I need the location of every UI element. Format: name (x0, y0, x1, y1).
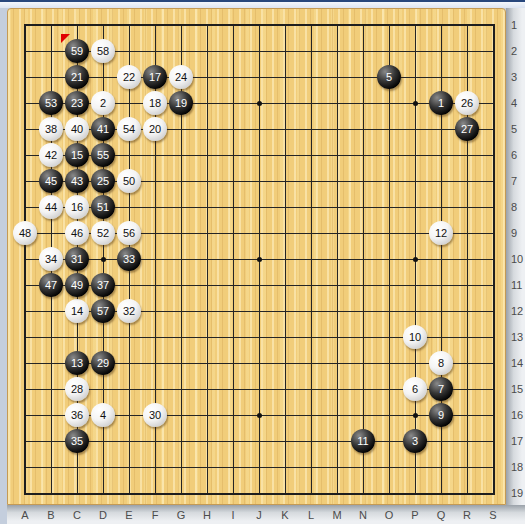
row-label-14: 14 (511, 358, 523, 369)
column-label-l: L (308, 510, 314, 521)
stone-black-27[interactable]: 27 (455, 117, 479, 141)
move-number: 24 (175, 72, 187, 83)
move-number: 46 (71, 228, 83, 239)
column-label-j: J (256, 510, 262, 521)
column-label-g: G (177, 510, 186, 521)
move-number: 19 (175, 98, 187, 109)
stone-white-58[interactable]: 58 (91, 39, 115, 63)
stone-white-48[interactable]: 48 (13, 221, 37, 245)
row-label-15: 15 (511, 384, 523, 395)
move-number: 26 (461, 98, 473, 109)
star-point-p10 (413, 257, 418, 262)
move-number: 16 (71, 202, 83, 213)
stone-black-9[interactable]: 9 (429, 403, 453, 427)
row-label-8: 8 (511, 202, 517, 213)
move-number: 57 (97, 306, 109, 317)
row-label-6: 6 (511, 150, 517, 161)
stone-black-13[interactable]: 13 (65, 351, 89, 375)
star-point-j16 (257, 413, 262, 418)
move-number: 40 (71, 124, 83, 135)
move-number: 27 (461, 124, 473, 135)
row-label-11: 11 (511, 280, 522, 291)
move-number: 3 (412, 436, 418, 447)
stone-white-40[interactable]: 40 (65, 117, 89, 141)
move-number: 18 (149, 98, 161, 109)
stone-black-45[interactable]: 45 (39, 169, 63, 193)
stone-black-59[interactable]: 59 (65, 39, 89, 63)
stone-black-37[interactable]: 37 (91, 273, 115, 297)
move-number: 30 (149, 410, 161, 421)
stone-white-34[interactable]: 34 (39, 247, 63, 271)
stone-black-25[interactable]: 25 (91, 169, 115, 193)
row-label-7: 7 (511, 176, 517, 187)
move-number: 9 (438, 410, 444, 421)
column-label-r: R (463, 510, 471, 521)
stone-black-43[interactable]: 43 (65, 169, 89, 193)
move-number: 38 (45, 124, 57, 135)
stone-black-15[interactable]: 15 (65, 143, 89, 167)
row-label-18: 18 (511, 462, 523, 473)
stone-white-46[interactable]: 46 (65, 221, 89, 245)
row-label-17: 17 (511, 436, 523, 447)
move-number: 21 (71, 72, 83, 83)
stone-white-26[interactable]: 26 (455, 91, 479, 115)
stone-white-24[interactable]: 24 (169, 65, 193, 89)
move-number: 53 (45, 98, 57, 109)
row-label-9: 9 (511, 228, 517, 239)
row-coordinates-strip: 12345678910111213141516171819 (506, 8, 525, 505)
move-number: 13 (71, 358, 83, 369)
star-point-j10 (257, 257, 262, 262)
move-number: 6 (412, 384, 418, 395)
stone-black-35[interactable]: 35 (65, 429, 89, 453)
stone-black-49[interactable]: 49 (65, 273, 89, 297)
move-number: 29 (97, 358, 109, 369)
stone-white-44[interactable]: 44 (39, 195, 63, 219)
column-label-k: K (281, 510, 288, 521)
stone-white-28[interactable]: 28 (65, 377, 89, 401)
stone-white-6[interactable]: 6 (403, 377, 427, 401)
stone-black-53[interactable]: 53 (39, 91, 63, 115)
column-label-q: Q (437, 510, 446, 521)
stone-white-4[interactable]: 4 (91, 403, 115, 427)
stone-white-16[interactable]: 16 (65, 195, 89, 219)
move-number: 54 (123, 124, 135, 135)
move-number: 52 (97, 228, 109, 239)
move-number: 8 (438, 358, 444, 369)
stone-white-10[interactable]: 10 (403, 325, 427, 349)
go-board-panel: 12345678910111213141516171819 ABCDEFGHIJ… (0, 0, 525, 524)
move-number: 33 (123, 254, 135, 265)
star-point-p4 (413, 101, 418, 106)
move-number: 58 (97, 46, 109, 57)
row-label-19: 19 (511, 488, 523, 499)
column-label-s: S (489, 510, 496, 521)
stone-black-55[interactable]: 55 (91, 143, 115, 167)
star-point-j4 (257, 101, 262, 106)
stone-black-11[interactable]: 11 (351, 429, 375, 453)
stone-white-2[interactable]: 2 (91, 91, 115, 115)
move-number: 43 (71, 176, 83, 187)
column-label-c: C (73, 510, 81, 521)
panel-left-margin (0, 8, 7, 524)
row-label-12: 12 (511, 306, 523, 317)
move-number: 17 (149, 72, 161, 83)
star-point-d10 (101, 257, 106, 262)
move-number: 23 (71, 98, 83, 109)
stone-black-57[interactable]: 57 (91, 299, 115, 323)
move-number: 55 (97, 150, 109, 161)
column-label-e: E (125, 510, 132, 521)
move-number: 50 (123, 176, 135, 187)
stone-black-21[interactable]: 21 (65, 65, 89, 89)
stone-white-38[interactable]: 38 (39, 117, 63, 141)
stone-black-51[interactable]: 51 (91, 195, 115, 219)
stone-white-50[interactable]: 50 (117, 169, 141, 193)
move-number: 51 (97, 202, 109, 213)
move-number: 5 (386, 72, 392, 83)
move-number: 35 (71, 436, 83, 447)
stone-white-32[interactable]: 32 (117, 299, 141, 323)
stone-white-56[interactable]: 56 (117, 221, 141, 245)
move-number: 34 (45, 254, 57, 265)
stone-white-36[interactable]: 36 (65, 403, 89, 427)
column-label-a: A (21, 510, 28, 521)
stone-white-12[interactable]: 12 (429, 221, 453, 245)
stone-black-17[interactable]: 17 (143, 65, 167, 89)
row-label-10: 10 (511, 254, 523, 265)
move-number: 2 (100, 98, 106, 109)
move-number: 49 (71, 280, 83, 291)
stone-white-14[interactable]: 14 (65, 299, 89, 323)
stone-black-1[interactable]: 1 (429, 91, 453, 115)
move-number: 36 (71, 410, 83, 421)
move-number: 28 (71, 384, 83, 395)
stone-white-54[interactable]: 54 (117, 117, 141, 141)
stone-black-19[interactable]: 19 (169, 91, 193, 115)
move-number: 14 (71, 306, 83, 317)
column-coordinates-strip: ABCDEFGHIJKLMNOPQRS (7, 505, 525, 524)
stone-black-31[interactable]: 31 (65, 247, 89, 271)
move-number: 32 (123, 306, 135, 317)
stone-white-8[interactable]: 8 (429, 351, 453, 375)
stone-black-3[interactable]: 3 (403, 429, 427, 453)
move-number: 20 (149, 124, 161, 135)
column-label-o: O (385, 510, 394, 521)
move-number: 25 (97, 176, 109, 187)
move-number: 11 (357, 436, 368, 447)
stone-white-30[interactable]: 30 (143, 403, 167, 427)
row-label-2: 2 (511, 46, 517, 57)
row-label-4: 4 (511, 98, 517, 109)
stone-white-18[interactable]: 18 (143, 91, 167, 115)
star-point-p16 (413, 413, 418, 418)
stone-black-7[interactable]: 7 (429, 377, 453, 401)
column-label-n: N (359, 510, 367, 521)
stone-black-33[interactable]: 33 (117, 247, 141, 271)
row-label-5: 5 (511, 124, 517, 135)
move-number: 45 (45, 176, 57, 187)
row-label-16: 16 (511, 410, 523, 421)
stone-black-47[interactable]: 47 (39, 273, 63, 297)
column-label-f: F (152, 510, 159, 521)
move-number: 48 (19, 228, 31, 239)
move-number: 12 (435, 228, 447, 239)
last-move-triangle-icon (61, 34, 70, 43)
stone-white-22[interactable]: 22 (117, 65, 141, 89)
move-number: 1 (438, 98, 444, 109)
stone-white-20[interactable]: 20 (143, 117, 167, 141)
stone-black-41[interactable]: 41 (91, 117, 115, 141)
move-number: 59 (71, 46, 83, 57)
column-label-m: M (332, 510, 341, 521)
column-label-i: I (231, 510, 234, 521)
stone-black-29[interactable]: 29 (91, 351, 115, 375)
row-label-13: 13 (511, 332, 523, 343)
stone-black-5[interactable]: 5 (377, 65, 401, 89)
move-number: 42 (45, 150, 57, 161)
column-label-b: B (47, 510, 54, 521)
row-label-1: 1 (511, 20, 517, 31)
move-number: 31 (71, 254, 83, 265)
move-number: 7 (438, 384, 444, 395)
stone-black-23[interactable]: 23 (65, 91, 89, 115)
panel-top-edge (0, 0, 525, 8)
move-number: 44 (45, 202, 57, 213)
move-number: 41 (97, 124, 109, 135)
stone-white-42[interactable]: 42 (39, 143, 63, 167)
column-label-d: D (99, 510, 107, 521)
column-label-p: P (411, 510, 418, 521)
column-label-h: H (203, 510, 211, 521)
move-number: 56 (123, 228, 135, 239)
move-number: 4 (100, 410, 106, 421)
move-number: 22 (123, 72, 135, 83)
move-number: 10 (409, 332, 421, 343)
move-number: 15 (71, 150, 83, 161)
row-label-3: 3 (511, 72, 517, 83)
move-number: 47 (45, 280, 57, 291)
stone-white-52[interactable]: 52 (91, 221, 115, 245)
move-number: 37 (97, 280, 109, 291)
